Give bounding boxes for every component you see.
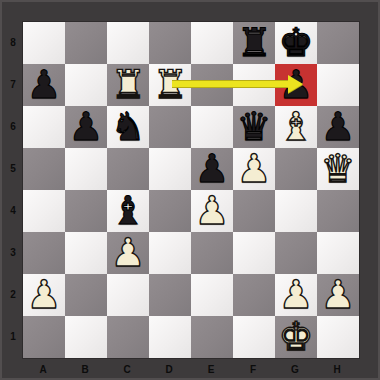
square-a5[interactable] [23, 148, 65, 190]
square-h7[interactable] [317, 64, 359, 106]
square-f8[interactable]: ♜ [233, 22, 275, 64]
black-king[interactable]: ♚ [279, 22, 314, 64]
square-g4[interactable] [275, 190, 317, 232]
square-e3[interactable] [191, 232, 233, 274]
square-d7[interactable]: ♜ [149, 64, 191, 106]
square-d4[interactable] [149, 190, 191, 232]
square-c1[interactable] [107, 316, 149, 358]
square-g2[interactable]: ♟ [275, 274, 317, 316]
square-h8[interactable] [317, 22, 359, 64]
square-b8[interactable] [65, 22, 107, 64]
rank-label-6: 6 [6, 105, 20, 147]
square-h4[interactable] [317, 190, 359, 232]
file-label-h: H [316, 359, 358, 379]
square-h5[interactable]: ♛ [317, 148, 359, 190]
square-a6[interactable] [23, 106, 65, 148]
white-pawn[interactable]: ♟ [111, 232, 146, 274]
square-g6[interactable]: ♝ [275, 106, 317, 148]
square-f2[interactable] [233, 274, 275, 316]
rank-label-3: 3 [6, 231, 20, 273]
square-c6[interactable]: ♞ [107, 106, 149, 148]
square-h1[interactable] [317, 316, 359, 358]
white-queen[interactable]: ♛ [321, 148, 356, 190]
square-h3[interactable] [317, 232, 359, 274]
square-f5[interactable]: ♟ [233, 148, 275, 190]
square-d3[interactable] [149, 232, 191, 274]
square-h2[interactable]: ♟ [317, 274, 359, 316]
square-a7[interactable]: ♟ [23, 64, 65, 106]
rank-label-8: 8 [6, 21, 20, 63]
square-b3[interactable] [65, 232, 107, 274]
square-g3[interactable] [275, 232, 317, 274]
white-pawn[interactable]: ♟ [237, 148, 272, 190]
square-g8[interactable]: ♚ [275, 22, 317, 64]
black-pawn[interactable]: ♟ [279, 64, 314, 106]
square-c2[interactable] [107, 274, 149, 316]
white-bishop[interactable]: ♝ [279, 106, 314, 148]
square-g1[interactable]: ♚ [275, 316, 317, 358]
black-pawn[interactable]: ♟ [195, 148, 230, 190]
rank-label-7: 7 [6, 63, 20, 105]
square-a2[interactable]: ♟ [23, 274, 65, 316]
file-label-b: B [64, 359, 106, 379]
white-king[interactable]: ♚ [279, 316, 314, 358]
square-a1[interactable] [23, 316, 65, 358]
chess-board: ♜♚♟♜♜♟♟♞♛♝♟♟♟♛♝♟♟♟♟♟♚ [22, 21, 360, 359]
square-d2[interactable] [149, 274, 191, 316]
square-e6[interactable] [191, 106, 233, 148]
square-b5[interactable] [65, 148, 107, 190]
file-label-g: G [274, 359, 316, 379]
square-f6[interactable]: ♛ [233, 106, 275, 148]
black-queen[interactable]: ♛ [237, 106, 272, 148]
square-b1[interactable] [65, 316, 107, 358]
square-e4[interactable]: ♟ [191, 190, 233, 232]
black-knight[interactable]: ♞ [111, 106, 146, 148]
file-label-c: C [106, 359, 148, 379]
square-e2[interactable] [191, 274, 233, 316]
square-d5[interactable] [149, 148, 191, 190]
square-b6[interactable]: ♟ [65, 106, 107, 148]
square-f7[interactable] [233, 64, 275, 106]
square-e1[interactable] [191, 316, 233, 358]
black-pawn[interactable]: ♟ [321, 106, 356, 148]
square-e8[interactable] [191, 22, 233, 64]
white-pawn[interactable]: ♟ [321, 274, 356, 316]
square-f4[interactable] [233, 190, 275, 232]
rank-label-1: 1 [6, 315, 20, 357]
square-c8[interactable] [107, 22, 149, 64]
square-c5[interactable] [107, 148, 149, 190]
rank-label-4: 4 [6, 189, 20, 231]
square-c4[interactable]: ♝ [107, 190, 149, 232]
square-c7[interactable]: ♜ [107, 64, 149, 106]
square-b4[interactable] [65, 190, 107, 232]
square-h6[interactable]: ♟ [317, 106, 359, 148]
square-g7[interactable]: ♟ [275, 64, 317, 106]
file-label-e: E [190, 359, 232, 379]
white-pawn[interactable]: ♟ [195, 190, 230, 232]
square-d1[interactable] [149, 316, 191, 358]
square-e5[interactable]: ♟ [191, 148, 233, 190]
square-d6[interactable] [149, 106, 191, 148]
rank-label-5: 5 [6, 147, 20, 189]
square-f1[interactable] [233, 316, 275, 358]
file-label-d: D [148, 359, 190, 379]
rank-label-2: 2 [6, 273, 20, 315]
square-b2[interactable] [65, 274, 107, 316]
black-pawn[interactable]: ♟ [27, 64, 62, 106]
white-rook[interactable]: ♜ [153, 64, 188, 106]
square-d8[interactable] [149, 22, 191, 64]
file-label-a: A [22, 359, 64, 379]
white-pawn[interactable]: ♟ [279, 274, 314, 316]
black-bishop[interactable]: ♝ [111, 190, 146, 232]
square-f3[interactable] [233, 232, 275, 274]
chess-board-frame: 87654321 ♜♚♟♜♜♟♟♞♛♝♟♟♟♛♝♟♟♟♟♟♚ ABCDEFGH [0, 0, 380, 380]
square-a4[interactable] [23, 190, 65, 232]
white-rook[interactable]: ♜ [111, 64, 146, 106]
square-e7[interactable] [191, 64, 233, 106]
square-a3[interactable] [23, 232, 65, 274]
square-g5[interactable] [275, 148, 317, 190]
white-pawn[interactable]: ♟ [27, 274, 62, 316]
file-label-f: F [232, 359, 274, 379]
square-a8[interactable] [23, 22, 65, 64]
square-c3[interactable]: ♟ [107, 232, 149, 274]
black-pawn[interactable]: ♟ [69, 106, 104, 148]
black-rook[interactable]: ♜ [237, 22, 272, 64]
square-b7[interactable] [65, 64, 107, 106]
